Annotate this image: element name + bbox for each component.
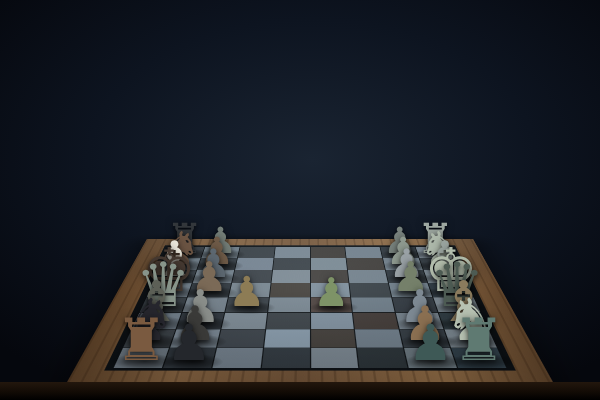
square-h5 [274,247,310,258]
square-f4 [310,270,348,283]
chessboard-photo: ♜♞♝♛♚♝♞♜♟♟♟♟♟♟♟♟♜♞♝♛♚♝♞♜♟♟♟♟♟♟♟♟ [0,0,600,400]
square-a8 [114,348,169,368]
square-e2 [389,283,432,297]
square-b3 [355,330,403,348]
square-h8 [165,247,204,258]
square-a5 [261,348,309,368]
square-d4 [310,297,352,312]
chess-board-grid [114,247,507,368]
square-e3 [350,283,392,297]
square-c2 [396,313,444,329]
square-g4 [310,258,347,270]
square-g1 [420,258,461,270]
square-b4 [311,330,357,348]
square-d7 [182,297,227,312]
square-b2 [400,330,450,348]
square-e6 [229,283,271,297]
square-f1 [424,270,467,283]
square-d8 [140,297,187,312]
square-d1 [433,297,480,312]
table-front-edge [0,382,600,400]
square-f7 [193,270,234,283]
square-h6 [238,247,275,258]
square-e8 [147,283,192,297]
square-b6 [217,330,265,348]
square-c3 [353,313,399,329]
square-c4 [311,313,355,329]
square-b1 [445,330,497,348]
square-c8 [132,313,181,329]
square-g7 [197,258,237,270]
square-e5 [270,283,310,297]
square-h2 [381,247,419,258]
board-inner-border [104,245,516,370]
square-c1 [439,313,488,329]
square-f5 [271,270,309,283]
square-d3 [351,297,395,312]
square-a7 [163,348,216,368]
square-d2 [392,297,437,312]
square-f2 [386,270,427,283]
square-a3 [357,348,407,368]
square-b7 [170,330,220,348]
square-g2 [383,258,423,270]
square-e1 [428,283,473,297]
square-g5 [273,258,310,270]
square-e7 [188,283,231,297]
square-c5 [266,313,310,329]
square-f8 [153,270,196,283]
square-d5 [268,297,310,312]
square-a2 [404,348,457,368]
square-e4 [310,283,350,297]
square-b5 [264,330,310,348]
square-g6 [235,258,273,270]
square-c6 [221,313,267,329]
square-h1 [416,247,455,258]
square-c7 [176,313,224,329]
square-b8 [123,330,175,348]
square-a6 [212,348,262,368]
square-g3 [347,258,385,270]
square-a4 [311,348,359,368]
square-f6 [232,270,272,283]
square-g8 [159,258,200,270]
square-h7 [201,247,239,258]
square-a1 [451,348,506,368]
square-d6 [225,297,269,312]
square-h4 [310,247,346,258]
square-h3 [345,247,382,258]
square-f3 [348,270,388,283]
